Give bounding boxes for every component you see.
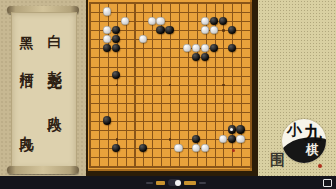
channel-logo: 小 九 棋 [282, 119, 326, 163]
black-stone [228, 44, 236, 52]
go-board-panel [86, 0, 258, 176]
white-stone [103, 35, 111, 43]
white-stone [183, 44, 191, 52]
board-grid [85, 0, 254, 170]
black-stone [103, 116, 111, 124]
black-stone [236, 125, 244, 133]
black-stone [192, 135, 200, 143]
black-stone [201, 53, 209, 61]
scroll-bottom-rod [7, 166, 79, 174]
black-stone [112, 44, 120, 52]
black-stone [156, 26, 164, 34]
black-stone [139, 144, 147, 152]
video-frame: 白 彭立尧 八段 黑 柯洁 九段 小 九 棋 围 [0, 0, 336, 189]
white-stone [148, 17, 156, 25]
fullscreen-button[interactable] [323, 179, 332, 187]
black-stone [103, 44, 111, 52]
white-stone [103, 26, 111, 34]
logo-red-seal-dot [318, 164, 322, 168]
last-move-marker [230, 128, 233, 131]
black-stone [192, 53, 200, 61]
left-ticks-icon [146, 182, 153, 184]
white-stone [192, 44, 200, 52]
black-stone [112, 35, 120, 43]
quality-badge-icon[interactable] [184, 181, 196, 185]
white-player-rank: 八段 [47, 105, 63, 109]
toggle-knob [175, 180, 181, 186]
white-stone [219, 135, 227, 143]
scroll-paper: 白 彭立尧 八段 黑 柯洁 九段 [11, 12, 77, 170]
white-stone [103, 7, 111, 15]
player-info-scroll: 白 彭立尧 八段 黑 柯洁 九段 [0, 0, 86, 176]
black-stone [112, 26, 120, 34]
black-stone [228, 125, 236, 133]
black-stone [112, 144, 120, 152]
white-stone [201, 144, 209, 152]
black-stone [210, 44, 218, 52]
white-color-label: 白 [47, 23, 63, 25]
white-stone [156, 17, 164, 25]
white-stone [201, 17, 209, 25]
black-stone [165, 26, 173, 34]
white-stone [236, 135, 244, 143]
white-stone [210, 26, 218, 34]
play-toggle[interactable] [168, 179, 181, 186]
right-ticks-icon [199, 182, 206, 184]
white-stone [174, 144, 182, 152]
white-stone [201, 44, 209, 52]
black-stone [228, 135, 236, 143]
black-player-column: 黑 柯洁 九段 [20, 25, 34, 129]
playback-controls [146, 176, 206, 189]
white-stone [139, 35, 147, 43]
logo-char-qi: 棋 [306, 143, 319, 156]
white-player-name: 彭立尧 [47, 60, 63, 66]
black-stone [210, 17, 218, 25]
logo-char-jiu: 九 [304, 124, 322, 142]
logo-char-xiao: 小 [287, 123, 302, 138]
black-stone [219, 17, 227, 25]
black-player-rank: 九段 [19, 125, 35, 129]
black-color-label: 黑 [19, 25, 35, 27]
logo-char-wei: 围 [270, 151, 285, 170]
black-player-name: 柯洁 [19, 61, 35, 65]
white-stone [192, 144, 200, 152]
playback-bar [0, 176, 336, 189]
black-stone [112, 71, 120, 79]
speed-badge-icon[interactable] [156, 181, 165, 185]
red-move-marker [232, 149, 235, 152]
black-stone [228, 26, 236, 34]
white-stone [201, 26, 209, 34]
white-stone [121, 17, 129, 25]
white-player-column: 白 彭立尧 八段 [48, 23, 62, 109]
branding-panel: 小 九 棋 围 [258, 0, 336, 176]
go-board [88, 0, 252, 171]
